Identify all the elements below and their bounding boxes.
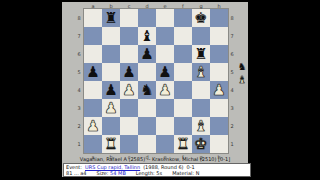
- rank-label-right-2: 2: [229, 123, 235, 129]
- rank-label-left-1: 1: [76, 141, 82, 147]
- piece-wK-g1: ♚: [192, 135, 210, 153]
- rank-label-right-3: 3: [229, 105, 235, 111]
- square-g3: [192, 99, 210, 117]
- square-b8: ♜: [102, 9, 120, 27]
- square-b6: [102, 45, 120, 63]
- square-f8: [174, 9, 192, 27]
- square-f1: ♜: [174, 135, 192, 153]
- file-label-top-f: f: [174, 3, 192, 9]
- rank-label-right-6: 6: [229, 51, 235, 57]
- square-b4: ♟: [102, 81, 120, 99]
- square-b3: ♟: [102, 99, 120, 117]
- square-h3: [210, 99, 228, 117]
- square-g5: ♝: [192, 63, 210, 81]
- square-g6: ♜: [192, 45, 210, 63]
- video-frame: ♜♚♝♟♜♟♟♟♝♟♟♞♟♟♟♟♝♜♜♚ aabbccddeeffgghh887…: [0, 0, 320, 180]
- square-c2: [120, 117, 138, 135]
- piece-bR-b8: ♜: [102, 9, 120, 27]
- piece-bP-e5: ♟: [156, 63, 174, 81]
- square-e3: [156, 99, 174, 117]
- square-f2: [174, 117, 192, 135]
- square-a7: [84, 27, 102, 45]
- square-e6: [156, 45, 174, 63]
- rank-label-left-5: 5: [76, 69, 82, 75]
- square-b5: [102, 63, 120, 81]
- rank-label-left-3: 3: [76, 105, 82, 111]
- tray-piece-wB: ♝: [236, 73, 248, 86]
- piece-bN-d4: ♞: [138, 81, 156, 99]
- piece-wB-g5: ♝: [192, 63, 210, 81]
- square-d5: [138, 63, 156, 81]
- last-move: 81 ... a4: [66, 170, 87, 176]
- file-label-top-d: d: [138, 3, 156, 9]
- piece-bP-d6: ♟: [138, 45, 156, 63]
- square-g4: [192, 81, 210, 99]
- game-info-box: Event: URS Cup rapid, Tallinn (1988, Rou…: [63, 163, 251, 177]
- square-h6: [210, 45, 228, 63]
- square-g1: ♚: [192, 135, 210, 153]
- file-label-top-h: h: [210, 3, 228, 9]
- piece-wR-f1: ♜: [174, 135, 192, 153]
- square-a8: [84, 9, 102, 27]
- square-g7: [192, 27, 210, 45]
- square-c6: [120, 45, 138, 63]
- rank-label-left-8: 8: [76, 15, 82, 21]
- size-item: Size: 54 MB: [97, 170, 126, 176]
- square-h7: [210, 27, 228, 45]
- square-e4: ♟: [156, 81, 174, 99]
- rank-label-left-4: 4: [76, 87, 82, 93]
- move-info-line: 81 ... a4 Size: 54 MB Length: 5s Materia…: [66, 170, 248, 176]
- square-e8: [156, 9, 174, 27]
- square-d7: ♝: [138, 27, 156, 45]
- piece-wP-h4: ♟: [210, 81, 228, 99]
- piece-bR-g6: ♜: [192, 45, 210, 63]
- square-f5: [174, 63, 192, 81]
- rank-label-right-8: 8: [229, 15, 235, 21]
- square-d6: ♟: [138, 45, 156, 63]
- rank-label-right-4: 4: [229, 87, 235, 93]
- square-h5: [210, 63, 228, 81]
- rank-label-left-2: 2: [76, 123, 82, 129]
- square-b1: ♜: [102, 135, 120, 153]
- square-f7: [174, 27, 192, 45]
- chess-board: ♜♚♝♟♜♟♟♟♝♟♟♞♟♟♟♟♝♜♜♚: [84, 9, 228, 153]
- square-d1: [138, 135, 156, 153]
- square-g2: ♝: [192, 117, 210, 135]
- file-label-top-a: a: [84, 3, 102, 9]
- square-a3: [84, 99, 102, 117]
- piece-wP-a2: ♟: [84, 117, 102, 135]
- material-tray: ♞♝: [236, 60, 248, 88]
- square-c4: ♟: [120, 81, 138, 99]
- square-a2: ♟: [84, 117, 102, 135]
- square-a4: [84, 81, 102, 99]
- rank-label-right-5: 5: [229, 69, 235, 75]
- rank-label-right-7: 7: [229, 33, 235, 39]
- square-b2: [102, 117, 120, 135]
- players-line: Vaganian, Rafael A (2585) -- Krasenkow, …: [62, 156, 248, 162]
- file-label-top-e: e: [156, 3, 174, 9]
- square-c5: ♟: [120, 63, 138, 81]
- square-h2: [210, 117, 228, 135]
- piece-wP-e4: ♟: [156, 81, 174, 99]
- square-a6: [84, 45, 102, 63]
- file-label-top-c: c: [120, 3, 138, 9]
- square-e5: ♟: [156, 63, 174, 81]
- piece-wP-b3: ♟: [102, 99, 120, 117]
- square-c3: [120, 99, 138, 117]
- content-panel: ♜♚♝♟♜♟♟♟♝♟♟♞♟♟♟♟♝♜♜♚ aabbccddeeffgghh887…: [62, 2, 248, 177]
- square-e2: [156, 117, 174, 135]
- square-e7: [156, 27, 174, 45]
- square-f4: [174, 81, 192, 99]
- square-h1: [210, 135, 228, 153]
- square-h8: [210, 9, 228, 27]
- square-c1: [120, 135, 138, 153]
- square-d3: [138, 99, 156, 117]
- piece-bP-b4: ♟: [102, 81, 120, 99]
- square-f3: [174, 99, 192, 117]
- file-label-top-b: b: [102, 3, 120, 9]
- piece-bP-a5: ♟: [84, 63, 102, 81]
- piece-wR-b1: ♜: [102, 135, 120, 153]
- piece-bP-c5: ♟: [120, 63, 138, 81]
- square-b7: [102, 27, 120, 45]
- square-c7: [120, 27, 138, 45]
- rank-label-left-6: 6: [76, 51, 82, 57]
- rank-label-left-7: 7: [76, 33, 82, 39]
- piece-wB-g2: ♝: [192, 117, 210, 135]
- square-a5: ♟: [84, 63, 102, 81]
- square-g8: ♚: [192, 9, 210, 27]
- length-item: Length: 5s: [136, 170, 162, 176]
- rank-label-right-1: 1: [229, 141, 235, 147]
- piece-bK-g8: ♚: [192, 9, 210, 27]
- square-d8: [138, 9, 156, 27]
- file-label-top-g: g: [192, 3, 210, 9]
- square-h4: ♟: [210, 81, 228, 99]
- square-d4: ♞: [138, 81, 156, 99]
- square-a1: [84, 135, 102, 153]
- piece-wP-c4: ♟: [120, 81, 138, 99]
- square-e1: [156, 135, 174, 153]
- square-f6: [174, 45, 192, 63]
- square-c8: [120, 9, 138, 27]
- square-d2: [138, 117, 156, 135]
- tray-piece-bN: ♞: [236, 60, 248, 73]
- piece-bB-d7: ♝: [138, 27, 156, 45]
- material-item: Material: N: [172, 170, 199, 176]
